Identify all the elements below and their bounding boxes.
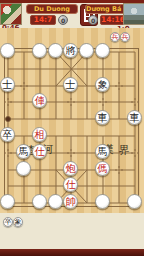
river-char-gioi: 界 [117,143,131,158]
piece-馬-black[interactable]: 馬 [95,144,110,159]
piece-仕-red[interactable]: 仕 [32,144,47,159]
piece-仕-red[interactable]: 仕 [63,177,78,192]
covered-piece[interactable] [48,194,63,209]
piece-車-black[interactable]: 車 [127,110,142,125]
piece-俥-red[interactable]: 俥 [32,93,47,108]
captured-piece-兵: 兵 [120,32,130,42]
piece-士-black[interactable]: 士 [63,77,78,92]
avatar-top-player[interactable] [0,3,22,25]
bottom-player-badge[interactable]: 0 [88,15,98,25]
covered-piece[interactable] [32,194,47,209]
piece-象-black[interactable]: 象 [95,77,110,92]
top-player-clock: 14:7 [30,15,56,25]
top-player-badge[interactable]: 0 [58,15,68,25]
piece-炮-red[interactable]: 炮 [63,161,78,176]
piece-車-black[interactable]: 車 [95,110,110,125]
covered-piece[interactable] [79,43,94,58]
covered-piece[interactable] [0,194,15,209]
captured-piece-卒: 卒 [3,217,13,227]
avatar-bottom-player[interactable] [123,3,144,25]
top-player-nameplate[interactable]: Du Duong [26,4,78,14]
piece-馬-black[interactable]: 馬 [16,144,31,159]
piece-將-black[interactable]: 將 [63,43,78,58]
piece-卒-black[interactable]: 卒 [0,127,15,142]
covered-piece[interactable] [48,43,63,58]
covered-piece[interactable] [0,43,15,58]
covered-piece[interactable] [95,43,110,58]
covered-piece[interactable] [16,161,31,176]
covered-piece[interactable] [95,194,110,209]
covered-piece[interactable] [32,43,47,58]
xiangqi-board[interactable]: 楚 河 漢 界 將士士象俥車車卒相馬仕馬炮傌仕帥 [0,28,144,213]
piece-傌-red[interactable]: 傌 [95,161,110,176]
bottom-player-nameplate[interactable]: Dương Bá Dư [85,4,126,14]
piece-帥-red[interactable]: 帥 [63,194,78,209]
captured-piece-兵: 兵 [110,32,120,42]
piece-相-red[interactable]: 相 [32,127,47,142]
covered-piece[interactable] [127,194,142,209]
piece-士-black[interactable]: 士 [0,77,15,92]
captured-piece-象: 象 [13,217,23,227]
bottom-bar [0,249,144,256]
last-move-marker [5,116,11,122]
